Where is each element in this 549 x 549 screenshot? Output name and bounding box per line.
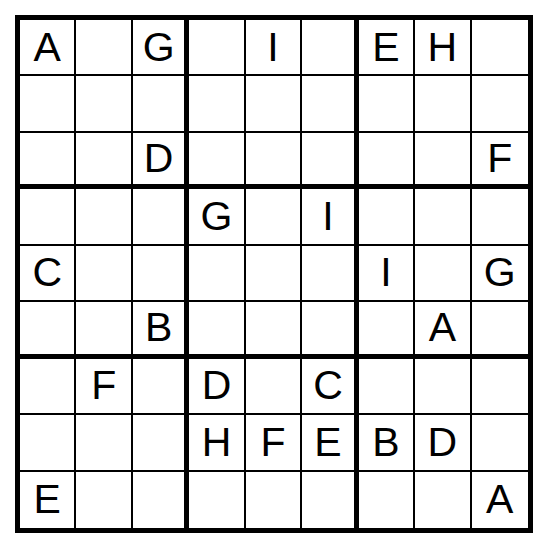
cell-r6c7[interactable] [359, 302, 415, 358]
cell-r7c5[interactable] [246, 359, 302, 415]
cell-r1c3-given-G[interactable]: G [133, 20, 189, 76]
cell-r1c2[interactable] [76, 20, 132, 76]
cell-r2c6[interactable] [302, 76, 358, 132]
cell-r4c2[interactable] [76, 189, 132, 245]
cell-r5c3[interactable] [133, 246, 189, 302]
cell-r5c8[interactable] [415, 246, 471, 302]
cell-r5c5[interactable] [246, 246, 302, 302]
cell-r7c9[interactable] [472, 359, 528, 415]
cell-r3c9-given-F[interactable]: F [472, 133, 528, 189]
cell-r9c2[interactable] [76, 472, 132, 528]
cell-r4c3[interactable] [133, 189, 189, 245]
cell-r5c7-given-I[interactable]: I [359, 246, 415, 302]
cell-r3c4[interactable] [189, 133, 245, 189]
cell-r3c6[interactable] [302, 133, 358, 189]
cell-r1c6[interactable] [302, 20, 358, 76]
cell-r3c8[interactable] [415, 133, 471, 189]
cell-r8c5-given-F[interactable]: F [246, 415, 302, 471]
cell-r2c7[interactable] [359, 76, 415, 132]
cell-r4c9[interactable] [472, 189, 528, 245]
cell-r5c2[interactable] [76, 246, 132, 302]
cell-r5c9-given-G[interactable]: G [472, 246, 528, 302]
cell-r2c8[interactable] [415, 76, 471, 132]
cell-r1c5-given-I[interactable]: I [246, 20, 302, 76]
cell-r8c1[interactable] [20, 415, 76, 471]
cell-r6c5[interactable] [246, 302, 302, 358]
cell-r4c7[interactable] [359, 189, 415, 245]
cell-r2c3[interactable] [133, 76, 189, 132]
cell-r3c2[interactable] [76, 133, 132, 189]
cell-r5c4[interactable] [189, 246, 245, 302]
cell-r8c3[interactable] [133, 415, 189, 471]
cell-r2c1[interactable] [20, 76, 76, 132]
cell-r6c8-given-A[interactable]: A [415, 302, 471, 358]
cell-r2c2[interactable] [76, 76, 132, 132]
cell-r3c7[interactable] [359, 133, 415, 189]
cell-r9c5[interactable] [246, 472, 302, 528]
cell-r7c4-given-D[interactable]: D [189, 359, 245, 415]
cell-r9c9-given-A[interactable]: A [472, 472, 528, 528]
cell-r4c1[interactable] [20, 189, 76, 245]
cell-r7c6-given-C[interactable]: C [302, 359, 358, 415]
cell-r9c6[interactable] [302, 472, 358, 528]
cell-r2c9[interactable] [472, 76, 528, 132]
cell-r9c3[interactable] [133, 472, 189, 528]
cell-r5c1-given-C[interactable]: C [20, 246, 76, 302]
cell-r9c4[interactable] [189, 472, 245, 528]
cell-r6c1[interactable] [20, 302, 76, 358]
cell-r4c4-given-G[interactable]: G [189, 189, 245, 245]
cell-r1c9[interactable] [472, 20, 528, 76]
cell-r4c8[interactable] [415, 189, 471, 245]
cell-r3c3-given-D[interactable]: D [133, 133, 189, 189]
cell-r7c8[interactable] [415, 359, 471, 415]
cell-r6c6[interactable] [302, 302, 358, 358]
cell-r8c4-given-H[interactable]: H [189, 415, 245, 471]
cell-r8c8-given-D[interactable]: D [415, 415, 471, 471]
cell-r8c7-given-B[interactable]: B [359, 415, 415, 471]
cell-r7c3[interactable] [133, 359, 189, 415]
cell-r5c6[interactable] [302, 246, 358, 302]
cell-r9c8[interactable] [415, 472, 471, 528]
page: AGIEHDFGICIGBAFDCHFEBDEA [0, 0, 549, 533]
cell-r4c5[interactable] [246, 189, 302, 245]
cell-r8c2[interactable] [76, 415, 132, 471]
cell-r1c7-given-E[interactable]: E [359, 20, 415, 76]
cell-r7c7[interactable] [359, 359, 415, 415]
cell-r2c4[interactable] [189, 76, 245, 132]
cell-r6c9[interactable] [472, 302, 528, 358]
cell-r7c1[interactable] [20, 359, 76, 415]
cell-r4c6-given-I[interactable]: I [302, 189, 358, 245]
cell-r3c1[interactable] [20, 133, 76, 189]
cell-r9c1-given-E[interactable]: E [20, 472, 76, 528]
cell-r7c2-given-F[interactable]: F [76, 359, 132, 415]
cell-r8c9[interactable] [472, 415, 528, 471]
cell-r1c1-given-A[interactable]: A [20, 20, 76, 76]
cell-r2c5[interactable] [246, 76, 302, 132]
cell-r6c3-given-B[interactable]: B [133, 302, 189, 358]
cell-r3c5[interactable] [246, 133, 302, 189]
cell-r8c6-given-E[interactable]: E [302, 415, 358, 471]
cell-r6c4[interactable] [189, 302, 245, 358]
sudoku-board: AGIEHDFGICIGBAFDCHFEBDEA [15, 15, 533, 533]
cell-r6c2[interactable] [76, 302, 132, 358]
cell-r1c8-given-H[interactable]: H [415, 20, 471, 76]
cell-r1c4[interactable] [189, 20, 245, 76]
cell-r9c7[interactable] [359, 472, 415, 528]
